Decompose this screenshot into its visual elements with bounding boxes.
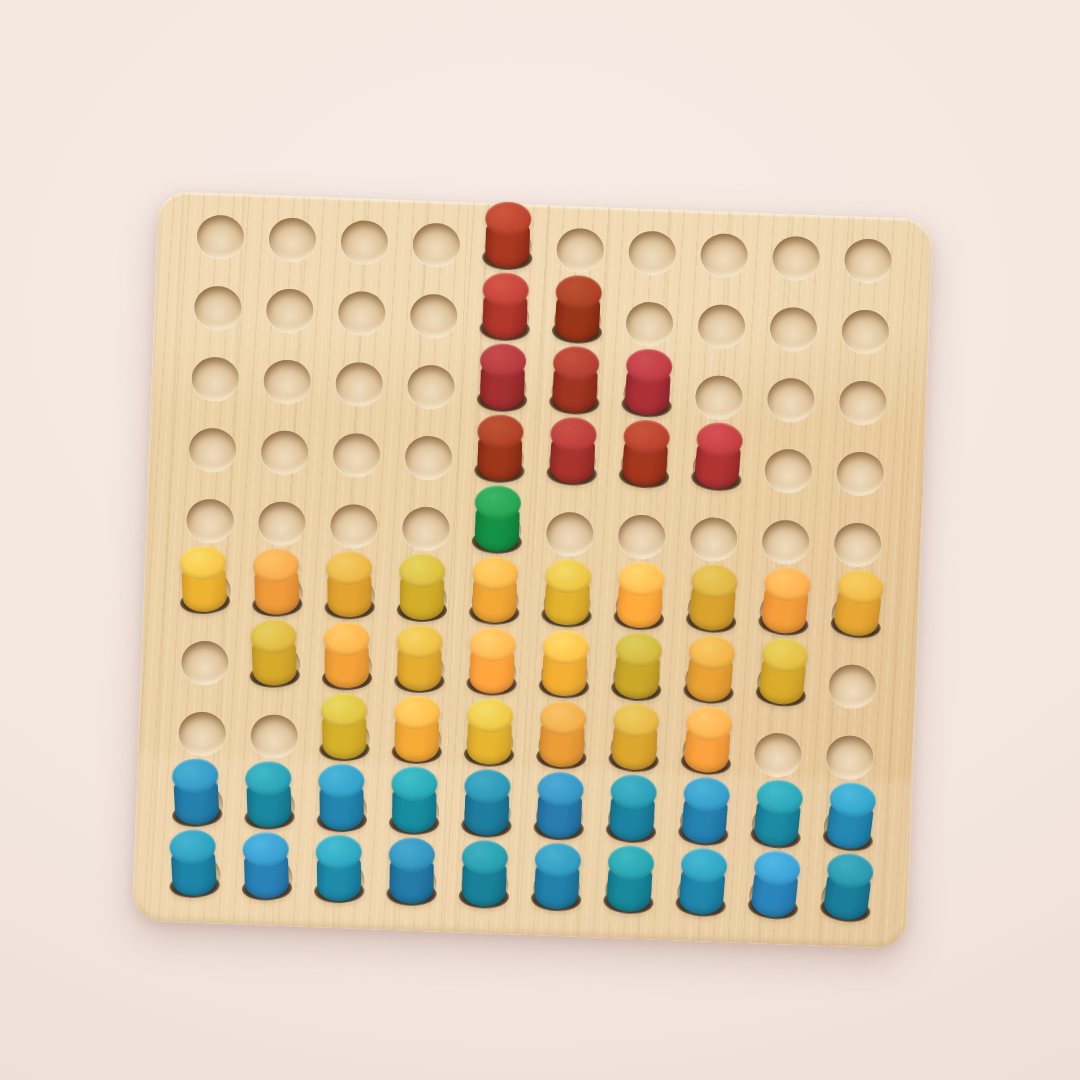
cell-r3-c1[interactable] [178,341,253,415]
peg-top-face [461,839,508,874]
cell-r10-c6[interactable] [519,851,594,925]
peg-hole [409,293,458,338]
cell-r4-c3[interactable] [319,417,394,491]
peg-top-face [464,768,511,803]
peg-hole [194,285,243,330]
peg-hole [186,498,235,543]
cell-r1-c4[interactable] [399,207,474,281]
cell-r2-c10[interactable] [828,294,903,368]
yellow-peg[interactable] [326,550,373,617]
peg-hole [556,227,605,272]
cell-r10-c9[interactable] [735,859,810,933]
peg-hole [330,503,379,548]
cell-r4-c4[interactable] [391,420,466,494]
cell-r1-c9[interactable] [758,220,833,294]
blue-peg[interactable] [318,763,365,830]
yellow-peg[interactable] [250,618,298,686]
yellow-peg[interactable] [399,553,445,619]
red-peg[interactable] [484,201,532,268]
blue-peg[interactable] [169,828,218,896]
peg-top-face [323,621,369,656]
blue-peg[interactable] [824,780,878,851]
peg-board [132,191,933,949]
peg-hole [754,732,803,777]
peg-hole [335,361,384,406]
peg-hole [844,238,893,283]
cell-r3-c3[interactable] [321,346,396,420]
peg-top-face [394,695,440,729]
cell-r4-c2[interactable] [247,415,322,489]
yellow-peg[interactable] [468,626,516,693]
peg-top-face [472,556,519,591]
yellow-peg[interactable] [394,695,440,761]
yellow-peg[interactable] [471,556,519,623]
yellow-peg[interactable] [759,565,812,636]
cell-r7-c2[interactable] [239,627,314,701]
green-peg[interactable] [474,485,522,552]
yellow-peg[interactable] [615,560,665,629]
blue-peg[interactable] [535,771,584,839]
red-peg[interactable] [623,347,673,416]
blue-peg[interactable] [463,768,511,835]
peg-hole [191,356,240,401]
peg-hole [188,427,237,472]
peg-top-face [326,550,372,585]
peg-hole [761,519,810,564]
blue-peg[interactable] [749,848,802,919]
yellow-peg[interactable] [610,702,660,771]
peg-hole [836,451,885,496]
cell-r2-c9[interactable] [756,291,831,365]
peg-hole [402,506,451,551]
cell-r4-c8[interactable] [679,430,754,504]
cell-r4-c1[interactable] [175,412,250,486]
peg-top-face [318,763,364,798]
peg-hole [266,288,315,333]
cell-r10-c5[interactable] [447,848,522,922]
cell-r2-c3[interactable] [324,275,399,349]
cell-r10-c1[interactable] [159,838,234,912]
blue-peg[interactable] [680,775,732,845]
peg-hole [767,377,816,422]
cell-r7-c9[interactable] [743,646,818,720]
peg-top-face [321,692,367,727]
yellow-peg[interactable] [613,631,663,700]
yellow-peg[interactable] [687,562,739,632]
cell-r10-c7[interactable] [591,853,666,927]
board-grid [132,191,905,935]
peg-hole [250,713,299,758]
cell-r7-c10[interactable] [815,648,890,722]
blue-peg[interactable] [821,851,875,922]
yellow-peg[interactable] [685,633,737,703]
peg-top-face [399,553,445,587]
red-peg[interactable] [479,343,527,410]
peg-top-face [485,201,532,236]
blue-peg[interactable] [242,831,290,899]
cell-r10-c10[interactable] [807,861,882,935]
peg-top-face [550,416,598,452]
red-peg[interactable] [548,416,597,484]
yellow-peg[interactable] [543,558,592,626]
blue-peg[interactable] [316,834,363,901]
peg-hole [695,374,744,419]
peg-top-face [397,624,443,658]
blue-peg[interactable] [677,846,729,916]
red-peg[interactable] [620,418,670,487]
peg-hole [546,511,595,556]
peg-hole [764,448,813,493]
cell-r10-c2[interactable] [231,840,306,914]
cell-r3-c10[interactable] [825,365,900,439]
blue-peg[interactable] [752,777,805,848]
peg-top-face [555,274,603,310]
peg-hole [841,309,890,354]
peg-hole [618,514,667,559]
peg-hole [407,364,456,409]
peg-hole [769,306,818,351]
peg-hole [268,217,317,262]
cell-r3-c2[interactable] [250,344,325,418]
cell-r1-c8[interactable] [686,217,761,291]
cell-r2-c4[interactable] [396,278,471,352]
cell-r6-c1[interactable] [170,554,245,628]
blue-peg[interactable] [389,837,435,903]
cell-r7-c1[interactable] [167,625,242,699]
blue-peg[interactable] [605,844,655,913]
peg-top-face [552,345,600,381]
blue-peg[interactable] [461,839,509,906]
cell-r2-c2[interactable] [252,273,327,347]
peg-hole [404,435,453,480]
peg-hole [700,232,749,277]
peg-hole [260,429,309,474]
peg-top-face [477,414,524,449]
peg-hole [826,734,875,779]
yellow-peg[interactable] [323,621,370,688]
yellow-peg[interactable] [396,624,442,690]
cell-r10-c8[interactable] [663,856,738,930]
peg-hole [828,663,877,708]
peg-top-face [389,837,435,871]
blue-peg[interactable] [391,766,437,832]
peg-hole [833,522,882,567]
cell-r4-c9[interactable] [751,433,826,507]
yellow-peg[interactable] [757,635,810,706]
photo-backdrop [0,0,1080,1080]
peg-hole [332,432,381,477]
red-peg[interactable] [554,274,603,342]
cell-r4-c6[interactable] [535,425,610,499]
cell-r2-c8[interactable] [684,288,759,362]
blue-peg[interactable] [245,760,293,828]
peg-top-face [482,272,529,307]
blue-peg[interactable] [533,842,582,910]
peg-top-face [474,485,521,520]
yellow-peg[interactable] [682,704,734,774]
peg-hole [412,222,461,267]
peg-hole [178,711,227,756]
blue-peg[interactable] [607,773,657,842]
yellow-peg[interactable] [321,692,368,759]
peg-hole [625,301,674,346]
cell-r3-c9[interactable] [753,362,828,436]
peg-top-face [316,834,362,869]
peg-hole [689,516,738,561]
yellow-peg[interactable] [466,697,514,764]
cell-r10-c4[interactable] [375,846,450,920]
peg-hole [697,303,746,348]
peg-hole [772,235,821,280]
peg-hole [839,380,888,425]
cell-r1-c2[interactable] [255,202,330,276]
cell-r3-c4[interactable] [393,349,468,423]
cell-r4-c7[interactable] [607,428,682,502]
peg-hole [263,359,312,404]
red-peg[interactable] [551,345,600,413]
yellow-peg[interactable] [832,567,886,638]
blue-peg[interactable] [171,757,220,825]
yellow-peg[interactable] [538,700,587,768]
peg-hole [340,219,389,264]
peg-hole [628,230,677,275]
peg-top-face [467,697,514,732]
cell-r1-c3[interactable] [327,204,402,278]
yellow-peg[interactable] [179,544,228,612]
cell-r10-c3[interactable] [303,843,378,917]
cell-r2-c1[interactable] [180,270,255,344]
cell-r6-c10[interactable] [817,578,892,652]
cell-r4-c10[interactable] [823,436,898,510]
cell-r1-c10[interactable] [830,223,905,297]
peg-top-face [469,626,516,661]
peg-hole [258,500,307,545]
yellow-peg[interactable] [541,629,590,697]
red-peg[interactable] [476,414,524,481]
yellow-peg[interactable] [253,547,301,615]
peg-top-face [391,766,437,800]
red-peg[interactable] [481,272,529,339]
peg-hole [181,640,230,685]
red-peg[interactable] [693,420,745,490]
cell-r1-c7[interactable] [614,215,689,289]
cell-r1-c1[interactable] [183,199,258,273]
peg-hole [338,290,387,335]
peg-hole [196,214,245,259]
peg-top-face [480,343,527,378]
